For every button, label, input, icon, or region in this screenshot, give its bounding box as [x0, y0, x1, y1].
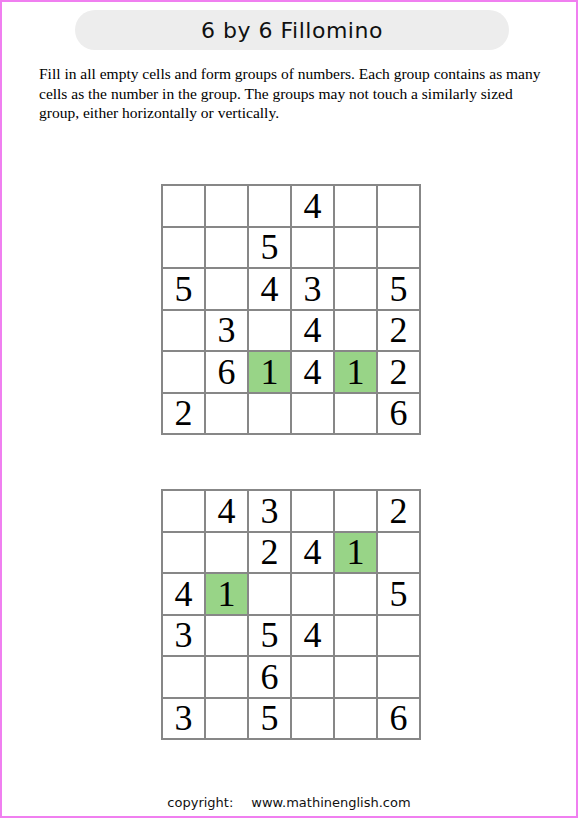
cell-r6c2[interactable] — [205, 393, 248, 435]
cell-r5c3: 6 — [248, 656, 291, 698]
cell-r2c6[interactable] — [377, 227, 420, 269]
cell-r4c1: 3 — [162, 615, 205, 657]
cell-r1c1[interactable] — [162, 490, 205, 532]
cell-r3c6: 5 — [377, 573, 420, 615]
cell-r5c6: 2 — [377, 351, 420, 393]
cell-r2c5: 1 — [334, 532, 377, 574]
cell-r2c5[interactable] — [334, 227, 377, 269]
cell-r3c5[interactable] — [334, 573, 377, 615]
cell-r3c3[interactable] — [248, 573, 291, 615]
cell-r5c2: 6 — [205, 351, 248, 393]
fillomino-board-1: 4554353426141226 — [161, 184, 421, 435]
cell-r6c5[interactable] — [334, 393, 377, 435]
copyright-label: copyright: — [167, 795, 233, 810]
cell-r6c3[interactable] — [248, 393, 291, 435]
cell-r4c5[interactable] — [334, 310, 377, 352]
cell-r1c1[interactable] — [162, 185, 205, 227]
cell-r2c4: 4 — [291, 532, 334, 574]
cell-r1c3: 3 — [248, 490, 291, 532]
cell-r1c6[interactable] — [377, 185, 420, 227]
cell-r5c1[interactable] — [162, 656, 205, 698]
page-title: 6 by 6 Fillomino — [201, 18, 383, 43]
worksheet-page: 6 by 6 Fillomino Fill in all empty cells… — [0, 0, 578, 818]
cell-r1c2[interactable] — [205, 185, 248, 227]
cell-r4c6[interactable] — [377, 615, 420, 657]
cell-r4c1[interactable] — [162, 310, 205, 352]
cell-r2c6[interactable] — [377, 532, 420, 574]
cell-r6c1: 3 — [162, 698, 205, 740]
footer: copyright:www.mathinenglish.com — [2, 795, 576, 810]
cell-r3c2: 1 — [205, 573, 248, 615]
cell-r3c5[interactable] — [334, 268, 377, 310]
cell-r4c2: 3 — [205, 310, 248, 352]
cell-r2c2[interactable] — [205, 227, 248, 269]
cell-r6c4[interactable] — [291, 393, 334, 435]
cell-r5c5[interactable] — [334, 656, 377, 698]
cell-r6c6: 6 — [377, 698, 420, 740]
cell-r5c6[interactable] — [377, 656, 420, 698]
cell-r6c2[interactable] — [205, 698, 248, 740]
instructions-text: Fill in all empty cells and form groups … — [39, 64, 549, 123]
cell-r5c4[interactable] — [291, 656, 334, 698]
cell-r1c2: 4 — [205, 490, 248, 532]
cell-r2c2[interactable] — [205, 532, 248, 574]
fillomino-board-2: 4322414153546356 — [161, 489, 421, 740]
cell-r5c3: 1 — [248, 351, 291, 393]
cell-r3c6: 5 — [377, 268, 420, 310]
cell-r3c1: 5 — [162, 268, 205, 310]
cell-r4c3: 5 — [248, 615, 291, 657]
cell-r6c6: 6 — [377, 393, 420, 435]
cell-r2c1[interactable] — [162, 532, 205, 574]
cell-r6c1: 2 — [162, 393, 205, 435]
cell-r1c6: 2 — [377, 490, 420, 532]
cell-r4c5[interactable] — [334, 615, 377, 657]
cell-r3c2[interactable] — [205, 268, 248, 310]
cell-r1c3[interactable] — [248, 185, 291, 227]
cell-r5c4: 4 — [291, 351, 334, 393]
cell-r3c4[interactable] — [291, 573, 334, 615]
cell-r3c4: 3 — [291, 268, 334, 310]
cell-r1c5[interactable] — [334, 490, 377, 532]
cell-r5c5: 1 — [334, 351, 377, 393]
cell-r2c4[interactable] — [291, 227, 334, 269]
cell-r4c6: 2 — [377, 310, 420, 352]
cell-r1c4: 4 — [291, 185, 334, 227]
cell-r2c3: 5 — [248, 227, 291, 269]
cell-r4c3[interactable] — [248, 310, 291, 352]
cell-r4c4: 4 — [291, 310, 334, 352]
cell-r2c3: 2 — [248, 532, 291, 574]
cell-r4c2[interactable] — [205, 615, 248, 657]
cell-r4c4: 4 — [291, 615, 334, 657]
cell-r6c4[interactable] — [291, 698, 334, 740]
cell-r5c2[interactable] — [205, 656, 248, 698]
cell-r5c1[interactable] — [162, 351, 205, 393]
cell-r3c3: 4 — [248, 268, 291, 310]
title-banner: 6 by 6 Fillomino — [75, 10, 509, 50]
cell-r1c5[interactable] — [334, 185, 377, 227]
cell-r6c5[interactable] — [334, 698, 377, 740]
website-link: www.mathinenglish.com — [251, 795, 410, 810]
cell-r6c3: 5 — [248, 698, 291, 740]
cell-r1c4[interactable] — [291, 490, 334, 532]
cell-r3c1: 4 — [162, 573, 205, 615]
cell-r2c1[interactable] — [162, 227, 205, 269]
